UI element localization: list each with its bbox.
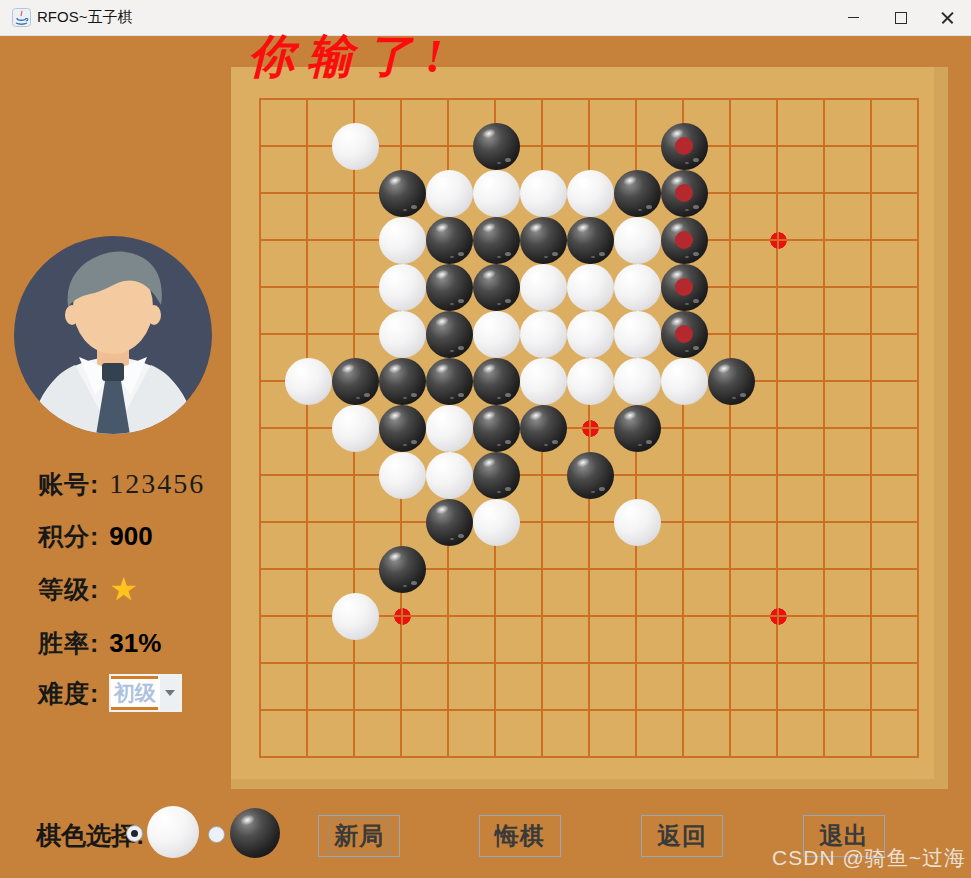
title-bar: RFOS~五子棋 [0, 0, 971, 36]
content-area: 你输了! [0, 36, 971, 878]
win-marker-dot [675, 231, 693, 249]
chevron-down-icon [165, 690, 175, 696]
difficulty-select[interactable]: 初级 [109, 674, 182, 712]
avatar [13, 235, 213, 435]
level-star-icon: ★ [109, 573, 138, 605]
difficulty-label: 难度: [38, 677, 99, 710]
new-game-button[interactable]: 新局 [318, 815, 400, 857]
black-stone [614, 170, 661, 217]
black-stone [426, 311, 473, 358]
red-cross-mark [770, 608, 787, 625]
close-icon [941, 11, 954, 24]
white-stone [379, 311, 426, 358]
result-banner: 你输了! [248, 26, 456, 88]
black-stone [520, 405, 567, 452]
black-stone [520, 217, 567, 264]
account-value: 123456 [109, 468, 205, 500]
red-cross-mark [394, 608, 411, 625]
account-row: 账号: 123456 [38, 465, 205, 503]
white-color-radio[interactable] [126, 825, 143, 842]
white-stone [520, 311, 567, 358]
white-stone [426, 405, 473, 452]
white-stone [567, 170, 614, 217]
white-stone [520, 358, 567, 405]
white-stone [614, 358, 661, 405]
board[interactable] [238, 76, 943, 781]
level-label: 等级: [38, 573, 99, 606]
white-stone-preview [147, 806, 199, 858]
black-stone [379, 358, 426, 405]
black-stone [473, 358, 520, 405]
account-label: 账号: [38, 468, 99, 501]
black-stone [473, 123, 520, 170]
back-button[interactable]: 返回 [641, 815, 723, 857]
white-stone [567, 358, 614, 405]
white-stone [614, 217, 661, 264]
red-cross-mark [770, 232, 787, 249]
black-stone [379, 405, 426, 452]
win-marker-dot [675, 325, 693, 343]
white-stone [473, 170, 520, 217]
winrate-value: 31% [109, 628, 161, 659]
black-stone-win-marked [661, 170, 708, 217]
win-marker-dot [675, 278, 693, 296]
black-stone [567, 452, 614, 499]
black-stone [567, 217, 614, 264]
white-stone [614, 264, 661, 311]
black-stone [379, 170, 426, 217]
white-stone [332, 593, 379, 640]
white-stone [614, 311, 661, 358]
white-stone [379, 217, 426, 264]
difficulty-dropdown-button[interactable] [158, 676, 180, 710]
app-window: RFOS~五子棋 你输了! [0, 0, 971, 878]
black-stone [708, 358, 755, 405]
maximize-icon [895, 12, 907, 24]
black-stone [332, 358, 379, 405]
board-panel [231, 67, 948, 789]
window-title: RFOS~五子棋 [37, 8, 132, 27]
close-button[interactable] [924, 0, 971, 35]
white-stone [661, 358, 708, 405]
black-stone [426, 499, 473, 546]
black-stone [426, 264, 473, 311]
black-stone-preview [230, 808, 280, 858]
win-marker-dot [675, 184, 693, 202]
white-stone [473, 311, 520, 358]
white-stone [614, 499, 661, 546]
score-row: 积分: 900 [38, 517, 153, 555]
black-stone [426, 358, 473, 405]
difficulty-value: 初级 [111, 676, 158, 710]
black-stone [614, 405, 661, 452]
white-stone [567, 264, 614, 311]
white-stone [426, 452, 473, 499]
white-stone [520, 264, 567, 311]
white-stone [379, 452, 426, 499]
maximize-button[interactable] [877, 0, 924, 35]
level-row: 等级: ★ [38, 570, 138, 608]
black-stone [426, 217, 473, 264]
white-stone [567, 311, 614, 358]
black-stone-win-marked [661, 264, 708, 311]
java-coffee-icon [12, 8, 31, 27]
white-stone [473, 499, 520, 546]
black-color-radio[interactable] [208, 826, 225, 843]
difficulty-row: 难度: 初级 [38, 674, 182, 712]
white-stone [426, 170, 473, 217]
score-value: 900 [109, 521, 152, 552]
black-stone-win-marked [661, 311, 708, 358]
black-stone-win-marked [661, 123, 708, 170]
winrate-label: 胜率: [38, 627, 99, 660]
score-label: 积分: [38, 520, 99, 553]
winrate-row: 胜率: 31% [38, 624, 161, 662]
black-stone [473, 405, 520, 452]
win-marker-dot [675, 137, 693, 155]
red-cross-mark [582, 420, 599, 437]
white-stone [332, 405, 379, 452]
watermark: CSDN @骑鱼~过海 [772, 844, 966, 872]
black-stone-win-marked [661, 217, 708, 264]
white-stone [285, 358, 332, 405]
white-stone [332, 123, 379, 170]
white-stone [520, 170, 567, 217]
minimize-button[interactable] [830, 0, 877, 35]
black-stone [473, 217, 520, 264]
black-stone [473, 264, 520, 311]
black-stone [379, 546, 426, 593]
undo-button[interactable]: 悔棋 [479, 815, 561, 857]
black-stone [473, 452, 520, 499]
minimize-icon [848, 17, 859, 18]
white-stone [379, 264, 426, 311]
